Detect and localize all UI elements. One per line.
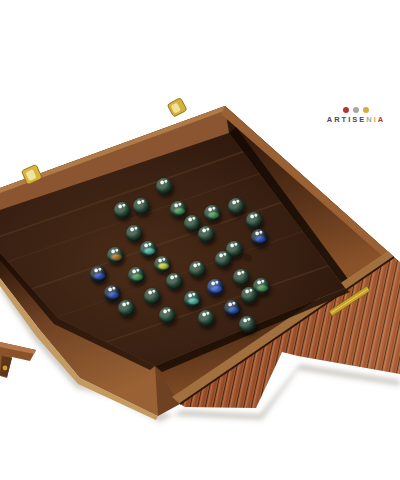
marble-dg bbox=[118, 300, 135, 317]
brand-letter-n: N bbox=[366, 115, 373, 124]
marble-dg bbox=[133, 198, 150, 215]
brass-clasp-top bbox=[167, 98, 187, 117]
wooden-frame-corner bbox=[0, 342, 36, 378]
marble-ys bbox=[154, 256, 171, 273]
brand-main: ARTISE bbox=[327, 115, 367, 124]
marble-bs bbox=[104, 285, 121, 302]
marble-gs bbox=[204, 205, 221, 222]
marble-gs bbox=[128, 267, 145, 284]
brand-letter-a: A bbox=[378, 115, 385, 124]
marble-dg bbox=[239, 316, 256, 333]
marble-dg bbox=[246, 212, 263, 229]
logo-dots bbox=[319, 107, 393, 113]
marble-dg bbox=[156, 178, 173, 195]
marble-gs bbox=[170, 201, 187, 218]
logo-dot bbox=[363, 107, 369, 113]
marble-dg bbox=[228, 198, 245, 215]
product-logo: ARTISENIA bbox=[319, 107, 393, 124]
marble-dg bbox=[126, 225, 143, 242]
logo-dot bbox=[353, 107, 359, 113]
marble-bs bbox=[90, 266, 107, 283]
marble-dg bbox=[198, 310, 215, 327]
marble-dg bbox=[114, 202, 131, 219]
marble-dg bbox=[233, 269, 250, 286]
marble-bs bbox=[251, 229, 268, 246]
marble-dg bbox=[189, 261, 206, 278]
marble-ts bbox=[140, 241, 157, 258]
marble-ts bbox=[184, 291, 201, 308]
marble-bs bbox=[224, 300, 241, 317]
brand-name: ARTISENIA bbox=[319, 115, 393, 124]
marble-dg bbox=[144, 288, 161, 305]
product-photo: ARTISENIA bbox=[0, 0, 400, 480]
marble-dg bbox=[215, 251, 232, 268]
marble-dg bbox=[159, 307, 176, 324]
marble-bl bbox=[207, 279, 224, 296]
marble-dg bbox=[166, 273, 183, 290]
logo-dot bbox=[343, 107, 349, 113]
marble-dg bbox=[241, 287, 258, 304]
marble-dg bbox=[198, 226, 215, 243]
marble-dg bbox=[184, 215, 201, 232]
marble-as bbox=[107, 247, 124, 264]
